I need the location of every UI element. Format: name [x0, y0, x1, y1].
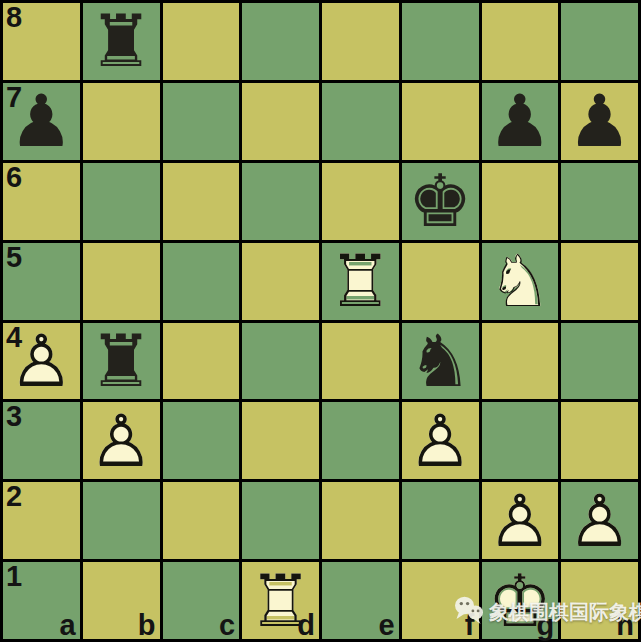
square-c5[interactable] [163, 243, 240, 320]
square-h4[interactable] [561, 323, 638, 400]
square-e6[interactable] [322, 163, 399, 240]
square-f3[interactable]: ♟♙ [402, 402, 479, 479]
square-h2[interactable]: ♟♙ [561, 482, 638, 559]
square-g8[interactable] [482, 3, 559, 80]
square-h5[interactable] [561, 243, 638, 320]
square-h7[interactable]: ♟ [561, 83, 638, 160]
square-e3[interactable] [322, 402, 399, 479]
square-h6[interactable] [561, 163, 638, 240]
square-c2[interactable] [163, 482, 240, 559]
black-rook-b4: ♜ [83, 323, 160, 400]
black-pawn-g7: ♟ [482, 83, 559, 160]
black-king-f6: ♚ [402, 163, 479, 240]
square-g6[interactable] [482, 163, 559, 240]
black-knight-f4: ♞ [402, 323, 479, 400]
square-a7[interactable]: 7♟ [3, 83, 80, 160]
square-d2[interactable] [242, 482, 319, 559]
square-d6[interactable] [242, 163, 319, 240]
square-a8[interactable]: 8 [3, 3, 80, 80]
square-a2[interactable]: 2 [3, 482, 80, 559]
rank-label-5: 5 [6, 242, 22, 272]
square-c3[interactable] [163, 402, 240, 479]
square-a4[interactable]: 4♟♙ [3, 323, 80, 400]
square-a1[interactable]: 1a [3, 562, 80, 639]
square-g7[interactable]: ♟ [482, 83, 559, 160]
white-king-g1: ♚♔ [482, 562, 559, 639]
square-e2[interactable] [322, 482, 399, 559]
white-pawn-f3: ♟♙ [402, 402, 479, 479]
chess-board: 8♜7♟♟♟6♚5♜♖♞♘4♟♙♜♞3♟♙♟♙2♟♙♟♙1abcd♜♖efg♚♔… [0, 0, 641, 642]
square-d5[interactable] [242, 243, 319, 320]
square-e5[interactable]: ♜♖ [322, 243, 399, 320]
square-a6[interactable]: 6 [3, 163, 80, 240]
black-rook-b8: ♜ [83, 3, 160, 80]
file-label-h: h [616, 611, 634, 640]
square-d7[interactable] [242, 83, 319, 160]
white-rook-e5: ♜♖ [322, 243, 399, 320]
square-g1[interactable]: g♚♔ [482, 562, 559, 639]
square-b7[interactable] [83, 83, 160, 160]
rank-label-2: 2 [6, 481, 22, 511]
square-f7[interactable] [402, 83, 479, 160]
white-knight-g5: ♞♘ [482, 243, 559, 320]
file-label-a: a [60, 611, 76, 640]
square-d1[interactable]: d♜♖ [242, 562, 319, 639]
file-label-c: c [219, 611, 235, 640]
square-f1[interactable]: f [402, 562, 479, 639]
square-b8[interactable]: ♜ [83, 3, 160, 80]
square-e4[interactable] [322, 323, 399, 400]
square-b3[interactable]: ♟♙ [83, 402, 160, 479]
file-label-f: f [465, 611, 475, 640]
square-h8[interactable] [561, 3, 638, 80]
square-g3[interactable] [482, 402, 559, 479]
rank-label-3: 3 [6, 401, 22, 431]
black-pawn-h7: ♟ [561, 83, 638, 160]
square-d8[interactable] [242, 3, 319, 80]
square-g4[interactable] [482, 323, 559, 400]
square-b2[interactable] [83, 482, 160, 559]
square-g2[interactable]: ♟♙ [482, 482, 559, 559]
file-label-b: b [138, 611, 156, 640]
rank-label-8: 8 [6, 2, 22, 32]
square-e7[interactable] [322, 83, 399, 160]
square-c6[interactable] [163, 163, 240, 240]
square-g5[interactable]: ♞♘ [482, 243, 559, 320]
white-pawn-h2: ♟♙ [561, 482, 638, 559]
square-b1[interactable]: b [83, 562, 160, 639]
square-f2[interactable] [402, 482, 479, 559]
square-f8[interactable] [402, 3, 479, 80]
square-e1[interactable]: e [322, 562, 399, 639]
square-f6[interactable]: ♚ [402, 163, 479, 240]
square-f4[interactable]: ♞ [402, 323, 479, 400]
square-f5[interactable] [402, 243, 479, 320]
square-c7[interactable] [163, 83, 240, 160]
square-c8[interactable] [163, 3, 240, 80]
square-d3[interactable] [242, 402, 319, 479]
rank-label-6: 6 [6, 162, 22, 192]
chess-board-diagram: 8♜7♟♟♟6♚5♜♖♞♘4♟♙♜♞3♟♙♟♙2♟♙♟♙1abcd♜♖efg♚♔… [0, 0, 641, 642]
square-c4[interactable] [163, 323, 240, 400]
white-pawn-g2: ♟♙ [482, 482, 559, 559]
square-b5[interactable] [83, 243, 160, 320]
file-label-e: e [379, 611, 395, 640]
white-rook-d1: ♜♖ [242, 562, 319, 639]
rank-label-1: 1 [6, 561, 22, 591]
white-pawn-a4: ♟♙ [3, 323, 80, 400]
black-pawn-a7: ♟ [3, 83, 80, 160]
white-pawn-b3: ♟♙ [83, 402, 160, 479]
square-a3[interactable]: 3 [3, 402, 80, 479]
square-d4[interactable] [242, 323, 319, 400]
square-h3[interactable] [561, 402, 638, 479]
square-b4[interactable]: ♜ [83, 323, 160, 400]
square-e8[interactable] [322, 3, 399, 80]
square-h1[interactable]: h [561, 562, 638, 639]
square-a5[interactable]: 5 [3, 243, 80, 320]
square-c1[interactable]: c [163, 562, 240, 639]
square-b6[interactable] [83, 163, 160, 240]
